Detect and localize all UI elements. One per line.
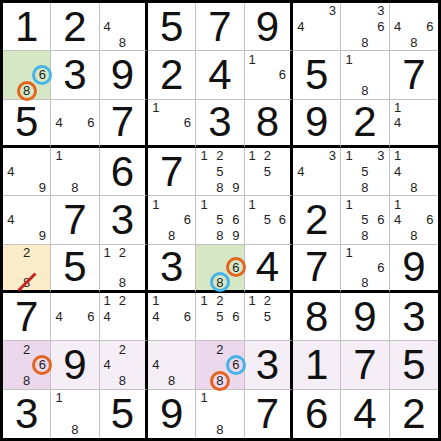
candidate-2: 2 xyxy=(19,341,35,357)
cell-r2c4[interactable]: 2 xyxy=(148,51,196,99)
cell-r3c9[interactable]: 14 xyxy=(390,100,438,148)
candidate-6: 6 xyxy=(180,309,196,325)
candidate-8: 8 xyxy=(67,422,83,438)
candidate-5: 5 xyxy=(260,309,275,325)
cell-r3c7[interactable]: 9 xyxy=(293,100,341,148)
cell-r5c7[interactable]: 2 xyxy=(293,196,341,244)
candidate-6: 6 xyxy=(228,260,244,275)
cell-value: 3 xyxy=(100,196,145,243)
cell-value: 9 xyxy=(341,293,388,340)
cell-r2c5[interactable]: 4 xyxy=(196,51,244,99)
candidate-6: 6 xyxy=(228,357,244,373)
cell-r7c1[interactable]: 7 xyxy=(3,293,51,341)
cell-r1c2[interactable]: 2 xyxy=(51,3,99,51)
blue-circle-mark xyxy=(210,272,230,292)
cell-r4c5[interactable]: 12589 xyxy=(196,148,244,196)
cell-r9c3[interactable]: 5 xyxy=(100,390,148,438)
cell-r7c5[interactable]: 1256 xyxy=(196,293,244,341)
cell-value: 9 xyxy=(245,3,290,50)
cell-value: 5 xyxy=(51,245,98,290)
candidate-4: 4 xyxy=(293,164,309,180)
orange-circle-mark xyxy=(32,355,52,375)
cell-r8c2[interactable]: 9 xyxy=(51,341,99,389)
cell-r5c2[interactable]: 7 xyxy=(51,196,99,244)
cell-r6c4[interactable]: 3 xyxy=(148,245,196,293)
cell-r8c8[interactable]: 7 xyxy=(341,341,389,389)
candidate-2: 2 xyxy=(212,293,228,309)
cell-r7c4[interactable]: 146 xyxy=(148,293,196,341)
cell-r6c1[interactable]: 28 xyxy=(3,245,51,293)
cell-r1c8[interactable]: 368 xyxy=(341,3,389,51)
cell-r6c5[interactable]: 68 xyxy=(196,245,244,293)
candidate-1: 1 xyxy=(51,390,67,406)
cell-r2c8[interactable]: 18 xyxy=(341,51,389,99)
candidate-8: 8 xyxy=(357,83,373,99)
cell-value: 8 xyxy=(245,100,290,145)
cell-r3c8[interactable]: 2 xyxy=(341,100,389,148)
candidate-8: 8 xyxy=(19,275,35,290)
candidate-6: 6 xyxy=(83,309,99,325)
candidate-8: 8 xyxy=(406,228,422,244)
cell-value: 2 xyxy=(293,196,340,243)
cell-r5c9[interactable]: 1468 xyxy=(390,196,438,244)
candidate-2: 2 xyxy=(212,148,228,164)
cell-r6c7[interactable]: 7 xyxy=(293,245,341,293)
candidate-8: 8 xyxy=(67,180,83,196)
candidate-1: 1 xyxy=(341,196,357,212)
candidate-4: 4 xyxy=(3,212,19,228)
orange-circle-mark xyxy=(226,257,246,277)
cell-r8c7[interactable]: 1 xyxy=(293,341,341,389)
cell-r3c5[interactable]: 3 xyxy=(196,100,244,148)
candidate-8: 8 xyxy=(406,35,422,51)
cell-value: 7 xyxy=(245,390,290,438)
cell-value: 3 xyxy=(196,100,243,145)
candidate-1: 1 xyxy=(245,148,260,164)
cell-r4c7[interactable]: 34 xyxy=(293,148,341,196)
cell-r3c6[interactable]: 8 xyxy=(245,100,293,148)
cell-r4c1[interactable]: 49 xyxy=(3,148,51,196)
cell-r1c5[interactable]: 7 xyxy=(196,3,244,51)
candidate-6: 6 xyxy=(35,357,51,373)
candidate-3: 3 xyxy=(373,3,389,19)
candidate-1: 1 xyxy=(390,100,406,115)
cell-r8c3[interactable]: 248 xyxy=(100,341,148,389)
cell-r7c7[interactable]: 8 xyxy=(293,293,341,341)
cell-r5c6[interactable]: 156 xyxy=(245,196,293,244)
cell-value: 9 xyxy=(148,390,195,438)
cell-r8c5[interactable]: 268 xyxy=(196,341,244,389)
candidate-8: 8 xyxy=(357,228,373,244)
candidate-8: 8 xyxy=(19,83,35,99)
cell-r6c9[interactable]: 9 xyxy=(390,245,438,293)
blue-circle-mark xyxy=(32,65,52,85)
candidate-8: 8 xyxy=(212,373,228,389)
candidate-6: 6 xyxy=(422,19,438,35)
cell-r7c6[interactable]: 125 xyxy=(245,293,293,341)
candidate-1: 1 xyxy=(390,148,406,164)
candidate-8: 8 xyxy=(115,275,130,290)
cell-r3c3[interactable]: 7 xyxy=(100,100,148,148)
blue-circle-mark xyxy=(226,355,246,375)
candidate-5: 5 xyxy=(212,164,228,180)
candidate-6: 6 xyxy=(228,309,244,325)
cell-value: 2 xyxy=(341,100,388,145)
sudoku-app: 1248579343684686839241651875467163892144… xyxy=(0,0,441,441)
candidate-1: 1 xyxy=(196,148,212,164)
candidate-6: 6 xyxy=(373,260,389,275)
cell-r6c8[interactable]: 168 xyxy=(341,245,389,293)
cell-r1c6[interactable]: 9 xyxy=(245,3,293,51)
cell-r5c4[interactable]: 168 xyxy=(148,196,196,244)
cell-value: 3 xyxy=(245,341,290,388)
sudoku-board: 1248579343684686839241651875467163892144… xyxy=(0,0,441,441)
cell-r4c9[interactable]: 148 xyxy=(390,148,438,196)
cell-r3c1[interactable]: 5 xyxy=(3,100,51,148)
cell-r2c7[interactable]: 5 xyxy=(293,51,341,99)
cell-r3c2[interactable]: 46 xyxy=(51,100,99,148)
candidate-4: 4 xyxy=(390,115,406,130)
orange-circle-mark xyxy=(210,371,230,391)
candidate-1: 1 xyxy=(148,196,164,212)
candidate-2: 2 xyxy=(115,245,130,260)
candidate-3: 3 xyxy=(325,3,341,19)
candidate-8: 8 xyxy=(357,35,373,51)
cell-value: 2 xyxy=(148,51,195,98)
cell-value: 7 xyxy=(390,51,438,98)
candidate-1: 1 xyxy=(341,148,357,164)
cell-value: 7 xyxy=(100,100,145,145)
candidate-4: 4 xyxy=(51,115,67,130)
cell-r5c8[interactable]: 1568 xyxy=(341,196,389,244)
cell-value: 2 xyxy=(51,3,98,50)
cell-r7c8[interactable]: 9 xyxy=(341,293,389,341)
cell-value: 5 xyxy=(100,390,145,438)
candidate-8: 8 xyxy=(357,180,373,196)
candidate-4: 4 xyxy=(390,212,406,228)
cell-value: 4 xyxy=(196,51,243,98)
cell-r6c2[interactable]: 5 xyxy=(51,245,99,293)
cell-r2c6[interactable]: 16 xyxy=(245,51,293,99)
cell-value: 6 xyxy=(293,390,340,438)
cell-r8c6[interactable]: 3 xyxy=(245,341,293,389)
cell-r1c9[interactable]: 468 xyxy=(390,3,438,51)
cell-r6c3[interactable]: 128 xyxy=(100,245,148,293)
candidate-4: 4 xyxy=(100,309,115,325)
candidate-9: 9 xyxy=(35,228,51,244)
cell-r1c3[interactable]: 48 xyxy=(100,3,148,51)
cell-r9c2[interactable]: 18 xyxy=(51,390,99,438)
cell-r9c9[interactable]: 2 xyxy=(390,390,438,438)
cell-r2c9[interactable]: 7 xyxy=(390,51,438,99)
candidate-2: 2 xyxy=(260,293,275,309)
candidate-1: 1 xyxy=(245,51,260,67)
cell-r4c8[interactable]: 1358 xyxy=(341,148,389,196)
cell-value: 8 xyxy=(293,293,340,340)
cell-value: 2 xyxy=(390,390,438,438)
candidate-8: 8 xyxy=(212,228,228,244)
cell-r9c5[interactable]: 18 xyxy=(196,390,244,438)
cell-r7c9[interactable]: 3 xyxy=(390,293,438,341)
cell-r9c1[interactable]: 3 xyxy=(3,390,51,438)
candidate-4: 4 xyxy=(148,357,164,373)
cell-r4c6[interactable]: 125 xyxy=(245,148,293,196)
candidate-2: 2 xyxy=(115,293,130,309)
candidate-4: 4 xyxy=(148,309,164,325)
cell-r5c5[interactable]: 15689 xyxy=(196,196,244,244)
candidate-6: 6 xyxy=(228,212,244,228)
cell-value: 1 xyxy=(3,3,50,50)
candidate-6: 6 xyxy=(83,115,99,130)
cell-value: 1 xyxy=(293,341,340,388)
cell-value: 5 xyxy=(390,341,438,388)
candidate-6: 6 xyxy=(180,115,196,130)
candidate-1: 1 xyxy=(100,245,115,260)
cell-value: 7 xyxy=(51,196,98,243)
candidate-1: 1 xyxy=(51,148,67,164)
candidate-5: 5 xyxy=(357,164,373,180)
candidate-4: 4 xyxy=(51,309,67,325)
candidate-9: 9 xyxy=(228,180,244,196)
candidate-6: 6 xyxy=(422,212,438,228)
candidate-8: 8 xyxy=(164,373,180,389)
cell-value: 3 xyxy=(51,51,98,98)
candidate-2: 2 xyxy=(212,341,228,357)
candidate-1: 1 xyxy=(148,293,164,309)
cell-r4c4[interactable]: 7 xyxy=(148,148,196,196)
candidate-6: 6 xyxy=(35,67,51,83)
candidate-6: 6 xyxy=(180,212,196,228)
candidate-1: 1 xyxy=(100,293,115,309)
candidate-5: 5 xyxy=(260,212,275,228)
cell-value: 3 xyxy=(148,245,195,290)
candidate-1: 1 xyxy=(196,390,212,406)
cell-value: 7 xyxy=(341,341,388,388)
candidate-5: 5 xyxy=(212,309,228,325)
cell-r8c4[interactable]: 48 xyxy=(148,341,196,389)
cell-value: 3 xyxy=(390,293,438,340)
cell-value: 5 xyxy=(3,100,50,145)
candidate-4: 4 xyxy=(293,19,309,35)
cell-value: 3 xyxy=(3,390,50,438)
candidate-4: 4 xyxy=(3,164,19,180)
cell-value: 6 xyxy=(100,148,145,195)
cell-value: 9 xyxy=(390,245,438,290)
cell-r2c1[interactable]: 68 xyxy=(3,51,51,99)
cell-r8c9[interactable]: 5 xyxy=(390,341,438,389)
candidate-1: 1 xyxy=(341,51,357,67)
candidate-8: 8 xyxy=(357,275,373,290)
candidate-8: 8 xyxy=(212,180,228,196)
candidate-2: 2 xyxy=(19,245,35,260)
candidate-4: 4 xyxy=(390,164,406,180)
cell-r1c7[interactable]: 34 xyxy=(293,3,341,51)
candidate-5: 5 xyxy=(260,164,275,180)
candidate-9: 9 xyxy=(228,228,244,244)
cell-value: 5 xyxy=(293,51,340,98)
candidate-6: 6 xyxy=(373,19,389,35)
candidate-1: 1 xyxy=(148,100,164,115)
cell-r9c6[interactable]: 7 xyxy=(245,390,293,438)
cell-r8c1[interactable]: 268 xyxy=(3,341,51,389)
cell-value: 5 xyxy=(148,3,195,50)
candidate-1: 1 xyxy=(196,293,212,309)
candidate-1: 1 xyxy=(245,293,260,309)
cell-r3c4[interactable]: 16 xyxy=(148,100,196,148)
cell-value: 7 xyxy=(148,148,195,195)
candidate-8: 8 xyxy=(19,373,35,389)
candidate-1: 1 xyxy=(341,245,357,260)
candidate-6: 6 xyxy=(275,212,290,228)
cell-r5c1[interactable]: 49 xyxy=(3,196,51,244)
cell-r1c1[interactable]: 1 xyxy=(3,3,51,51)
cell-value: 4 xyxy=(245,245,290,290)
candidate-9: 9 xyxy=(35,180,51,196)
candidate-6: 6 xyxy=(373,212,389,228)
candidate-1: 1 xyxy=(390,196,406,212)
candidate-3: 3 xyxy=(373,148,389,164)
candidate-5: 5 xyxy=(357,212,373,228)
candidate-1: 1 xyxy=(245,196,260,212)
cell-r4c3[interactable]: 6 xyxy=(100,148,148,196)
cell-value: 7 xyxy=(293,245,340,290)
candidate-3: 3 xyxy=(325,148,341,164)
cell-r6c6[interactable]: 4 xyxy=(245,245,293,293)
cell-value: 4 xyxy=(341,390,388,438)
candidate-4: 4 xyxy=(100,19,115,35)
cell-r2c2[interactable]: 3 xyxy=(51,51,99,99)
candidate-8: 8 xyxy=(212,422,228,438)
cell-r2c3[interactable]: 9 xyxy=(100,51,148,99)
cell-value: 9 xyxy=(293,100,340,145)
cell-r1c4[interactable]: 5 xyxy=(148,3,196,51)
candidate-4: 4 xyxy=(100,357,115,373)
cell-value: 9 xyxy=(51,341,98,388)
cell-r9c8[interactable]: 4 xyxy=(341,390,389,438)
cell-r7c2[interactable]: 46 xyxy=(51,293,99,341)
cell-value: 7 xyxy=(196,3,243,50)
cell-r7c3[interactable]: 124 xyxy=(100,293,148,341)
candidate-5: 5 xyxy=(212,212,228,228)
candidate-2: 2 xyxy=(260,148,275,164)
cell-r4c2[interactable]: 18 xyxy=(51,148,99,196)
cell-value: 7 xyxy=(3,293,50,340)
red-slash-mark xyxy=(17,273,36,292)
candidate-8: 8 xyxy=(115,373,130,389)
cell-value: 9 xyxy=(100,51,145,98)
candidate-8: 8 xyxy=(164,228,180,244)
candidate-8: 8 xyxy=(212,275,228,290)
cell-r5c3[interactable]: 3 xyxy=(100,196,148,244)
candidate-6: 6 xyxy=(275,67,290,83)
cell-r9c4[interactable]: 9 xyxy=(148,390,196,438)
cell-r9c7[interactable]: 6 xyxy=(293,390,341,438)
candidate-1: 1 xyxy=(196,196,212,212)
candidate-4: 4 xyxy=(390,19,406,35)
candidate-2: 2 xyxy=(115,341,130,357)
candidate-8: 8 xyxy=(115,35,130,51)
candidate-8: 8 xyxy=(406,180,422,196)
